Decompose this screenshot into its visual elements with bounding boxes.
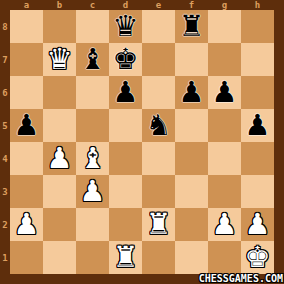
square-a7[interactable]: [10, 43, 43, 76]
square-h1[interactable]: ♚: [241, 241, 274, 274]
piece-white-rook: ♜: [146, 208, 172, 241]
piece-black-pawn: ♟: [14, 109, 40, 142]
piece-white-pawn: ♟: [14, 208, 40, 241]
piece-black-pawn: ♟: [212, 76, 238, 109]
square-a4[interactable]: [10, 142, 43, 175]
rank-label-6: 6: [0, 76, 10, 109]
rank-labels: 87654321: [0, 10, 10, 274]
rank-label-7: 7: [0, 43, 10, 76]
square-d6[interactable]: ♟: [109, 76, 142, 109]
square-d3[interactable]: [109, 175, 142, 208]
square-g3[interactable]: [208, 175, 241, 208]
square-b8[interactable]: [43, 10, 76, 43]
square-c2[interactable]: [76, 208, 109, 241]
square-e4[interactable]: [142, 142, 175, 175]
square-d8[interactable]: ♛: [109, 10, 142, 43]
square-e3[interactable]: [142, 175, 175, 208]
file-labels: abcdefgh: [10, 0, 274, 10]
square-f1[interactable]: [175, 241, 208, 274]
piece-black-pawn: ♟: [113, 76, 139, 109]
square-b7[interactable]: ♛: [43, 43, 76, 76]
piece-black-pawn: ♟: [245, 109, 271, 142]
chess-board: ♛♜♛♝♚♟♟♟♟♞♟♟♝♟♟♜♟♟♜♚: [10, 10, 274, 274]
piece-white-pawn: ♟: [47, 142, 73, 175]
file-label-g: g: [208, 0, 241, 10]
file-label-a: a: [10, 0, 43, 10]
piece-white-king: ♚: [245, 241, 271, 274]
square-d5[interactable]: [109, 109, 142, 142]
square-a2[interactable]: ♟: [10, 208, 43, 241]
square-a5[interactable]: ♟: [10, 109, 43, 142]
rank-label-8: 8: [0, 10, 10, 43]
square-h4[interactable]: [241, 142, 274, 175]
piece-black-knight: ♞: [146, 109, 172, 142]
square-e5[interactable]: ♞: [142, 109, 175, 142]
square-a1[interactable]: [10, 241, 43, 274]
square-b3[interactable]: [43, 175, 76, 208]
square-g4[interactable]: [208, 142, 241, 175]
piece-black-rook: ♜: [179, 10, 205, 43]
square-d1[interactable]: ♜: [109, 241, 142, 274]
square-a6[interactable]: [10, 76, 43, 109]
piece-black-queen: ♛: [113, 10, 139, 43]
square-c5[interactable]: [76, 109, 109, 142]
square-f5[interactable]: [175, 109, 208, 142]
piece-black-pawn: ♟: [179, 76, 205, 109]
rank-label-1: 1: [0, 241, 10, 274]
chess-board-diagram: abcdefgh 87654321 ♛♜♛♝♚♟♟♟♟♞♟♟♝♟♟♜♟♟♜♚ C…: [0, 0, 284, 284]
file-label-e: e: [142, 0, 175, 10]
square-h7[interactable]: [241, 43, 274, 76]
square-f8[interactable]: ♜: [175, 10, 208, 43]
square-b4[interactable]: ♟: [43, 142, 76, 175]
square-c4[interactable]: ♝: [76, 142, 109, 175]
square-g2[interactable]: ♟: [208, 208, 241, 241]
square-b5[interactable]: [43, 109, 76, 142]
square-d2[interactable]: [109, 208, 142, 241]
rank-label-4: 4: [0, 142, 10, 175]
square-e7[interactable]: [142, 43, 175, 76]
square-f7[interactable]: [175, 43, 208, 76]
piece-white-queen: ♛: [47, 43, 73, 76]
piece-white-pawn: ♟: [80, 175, 106, 208]
square-f4[interactable]: [175, 142, 208, 175]
piece-white-pawn: ♟: [245, 208, 271, 241]
square-h5[interactable]: ♟: [241, 109, 274, 142]
square-a8[interactable]: [10, 10, 43, 43]
square-c6[interactable]: [76, 76, 109, 109]
square-h6[interactable]: [241, 76, 274, 109]
file-label-h: h: [241, 0, 274, 10]
square-e1[interactable]: [142, 241, 175, 274]
square-b6[interactable]: [43, 76, 76, 109]
square-f6[interactable]: ♟: [175, 76, 208, 109]
square-c1[interactable]: [76, 241, 109, 274]
square-c3[interactable]: ♟: [76, 175, 109, 208]
square-h8[interactable]: [241, 10, 274, 43]
square-e8[interactable]: [142, 10, 175, 43]
piece-black-king: ♚: [113, 43, 139, 76]
square-b1[interactable]: [43, 241, 76, 274]
square-a3[interactable]: [10, 175, 43, 208]
square-h2[interactable]: ♟: [241, 208, 274, 241]
piece-white-rook: ♜: [113, 241, 139, 274]
square-g7[interactable]: [208, 43, 241, 76]
rank-label-3: 3: [0, 175, 10, 208]
square-h3[interactable]: [241, 175, 274, 208]
square-f2[interactable]: [175, 208, 208, 241]
piece-white-bishop: ♝: [80, 142, 106, 175]
square-g6[interactable]: ♟: [208, 76, 241, 109]
square-e6[interactable]: [142, 76, 175, 109]
square-c8[interactable]: [76, 10, 109, 43]
square-f3[interactable]: [175, 175, 208, 208]
rank-label-2: 2: [0, 208, 10, 241]
square-g1[interactable]: [208, 241, 241, 274]
square-b2[interactable]: [43, 208, 76, 241]
file-label-c: c: [76, 0, 109, 10]
rank-label-5: 5: [0, 109, 10, 142]
piece-white-pawn: ♟: [212, 208, 238, 241]
piece-black-bishop: ♝: [80, 43, 106, 76]
square-g5[interactable]: [208, 109, 241, 142]
watermark: CHESSGAMES.COM: [199, 273, 283, 284]
square-d4[interactable]: [109, 142, 142, 175]
square-g8[interactable]: [208, 10, 241, 43]
square-e2[interactable]: ♜: [142, 208, 175, 241]
square-c7[interactable]: ♝: [76, 43, 109, 76]
file-label-b: b: [43, 0, 76, 10]
square-d7[interactable]: ♚: [109, 43, 142, 76]
